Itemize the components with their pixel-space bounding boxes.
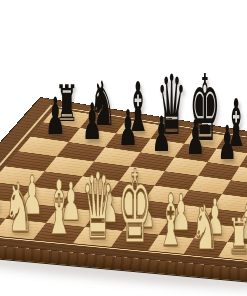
board-inlay-line xyxy=(0,105,247,262)
chess-set-photo: ♜♞♝♛♚♝♞♜♟♟♟♟♟♟♟♟♟♟♟♟♟♟♟♟♜♞♝♛♚♝♞♜ xyxy=(0,0,247,296)
chess-board xyxy=(0,97,247,270)
board-grid xyxy=(0,108,247,260)
